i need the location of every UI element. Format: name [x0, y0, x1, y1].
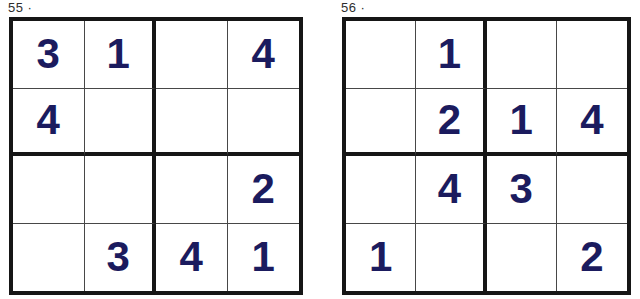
p56-cell-r1c1	[346, 21, 416, 89]
puzzle-56-label: 56 ·	[341, 0, 365, 15]
p56-cell-r4c4: 2	[557, 224, 627, 292]
p55-cell-r3c4: 2	[228, 156, 300, 224]
p56-cell-r3c1	[346, 156, 416, 224]
p56-cell-r4c3	[487, 224, 557, 292]
p55-cell-r3c3	[156, 156, 228, 224]
p56-cell-r1c4	[557, 21, 627, 89]
p55-cell-r4c4: 1	[228, 224, 300, 292]
p56-cell-r2c3: 1	[487, 89, 557, 157]
sudoku-board-56: 1 2 1 4 4 3 1 2	[342, 17, 631, 295]
p55-cell-r4c1	[13, 224, 85, 292]
worksheet-page: 55 · 3 1 4 4 2 3 4 1 56 · 1 2 1 4 4 3 1 …	[0, 0, 640, 299]
p56-cell-r1c2: 1	[416, 21, 486, 89]
p55-cell-r1c1: 3	[13, 21, 85, 89]
p55-cell-r1c2: 1	[85, 21, 157, 89]
p55-cell-r4c3: 4	[156, 224, 228, 292]
p56-cell-r3c4	[557, 156, 627, 224]
p55-cell-r3c2	[85, 156, 157, 224]
p56-cell-r3c2: 4	[416, 156, 486, 224]
p55-cell-r2c2	[85, 89, 157, 157]
p55-cell-r2c1: 4	[13, 89, 85, 157]
p56-cell-r2c1	[346, 89, 416, 157]
p55-cell-r4c2: 3	[85, 224, 157, 292]
p56-cell-r2c2: 2	[416, 89, 486, 157]
p56-cell-r3c3: 3	[487, 156, 557, 224]
p55-cell-r3c1	[13, 156, 85, 224]
p56-cell-r4c1: 1	[346, 224, 416, 292]
p55-cell-r2c4	[228, 89, 300, 157]
p55-cell-r1c3	[156, 21, 228, 89]
puzzle-55-label: 55 ·	[8, 0, 32, 15]
p55-cell-r2c3	[156, 89, 228, 157]
sudoku-board-55: 3 1 4 4 2 3 4 1	[9, 17, 303, 295]
p56-cell-r2c4: 4	[557, 89, 627, 157]
p56-cell-r1c3	[487, 21, 557, 89]
p55-cell-r1c4: 4	[228, 21, 300, 89]
p56-cell-r4c2	[416, 224, 486, 292]
